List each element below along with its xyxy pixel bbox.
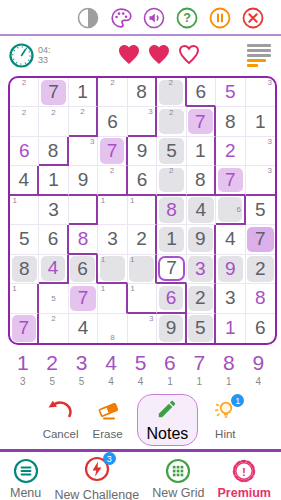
numpad-digit-label: 7 <box>185 351 214 375</box>
grid-cell-r7c3[interactable]: 6 <box>69 255 98 284</box>
grid-cell-r5c1[interactable]: 1 <box>10 196 39 225</box>
given-digit: 8 <box>39 137 66 164</box>
grid-cell-r2c6[interactable]: 2 <box>157 107 186 136</box>
grid-cell-r2c8[interactable]: 8 <box>216 107 245 136</box>
sub-header: 04: 33 <box>0 36 281 74</box>
numpad-digit-label: 9 <box>244 351 273 375</box>
grid-cell-r4c5[interactable]: 6 <box>128 166 157 195</box>
pause-icon[interactable] <box>208 6 232 30</box>
numpad-digit-2[interactable]: 25 <box>37 351 66 389</box>
grid-cell-r9c4[interactable]: 8 <box>98 314 127 343</box>
notes-button-active[interactable]: Notes <box>137 394 199 446</box>
new-challenge-label: New Challenge <box>54 488 139 500</box>
numpad-remaining-count: 4 <box>244 375 273 389</box>
grid-cell-r1c2[interactable]: 7 <box>39 78 68 107</box>
user-digit: 1 <box>216 314 244 343</box>
new-challenge-button[interactable]: 3 New Challenge <box>54 456 139 500</box>
menu-button[interactable]: Menu <box>10 458 41 500</box>
user-digit: 7 <box>216 166 244 193</box>
grid-cell-r1c6[interactable]: 2 <box>157 78 186 107</box>
given-digit: 6 <box>128 166 156 193</box>
numpad-digit-5[interactable]: 54 <box>126 351 155 389</box>
grid-cell-r1c7[interactable]: 6 <box>187 78 216 107</box>
given-digit: 6 <box>98 107 126 135</box>
numpad-digit-label: 5 <box>126 351 155 375</box>
note-digit: 3 <box>265 137 275 146</box>
given-digit: 3 <box>39 196 67 224</box>
eraser-icon <box>95 398 121 426</box>
cancel-label: Cancel <box>43 428 79 440</box>
note-digit: 2 <box>49 314 58 324</box>
given-digit: 7 <box>157 255 185 282</box>
grid-cell-r7c7[interactable]: 3 <box>187 255 216 284</box>
grid-cell-r4c4[interactable]: 2 <box>98 166 127 195</box>
grid-cell-r2c9[interactable]: 1 <box>246 107 275 136</box>
new-grid-button[interactable]: New Grid <box>152 458 204 500</box>
user-digit: 6 <box>10 137 38 165</box>
grid-cell-r6c4[interactable]: 3 <box>98 225 127 254</box>
given-digit: 7 <box>39 78 67 106</box>
grid-cell-r4c1[interactable]: 4 <box>10 166 39 195</box>
numpad-digit-8[interactable]: 81 <box>214 351 243 389</box>
undo-icon <box>46 398 76 426</box>
grid-cell-r6c3[interactable]: 8 <box>69 225 98 254</box>
grid-cell-r9c7[interactable]: 5 <box>187 314 216 343</box>
grid-cell-r9c1[interactable]: 7 <box>10 314 39 343</box>
grid-cell-r8c4[interactable]: 1 <box>98 284 127 313</box>
svg-text:?: ? <box>183 11 191 25</box>
heart-filled-icon <box>146 43 172 67</box>
grid-cell-r2c1[interactable]: 2 <box>10 107 39 136</box>
note-digit: 1 <box>128 284 137 293</box>
numpad-remaining-count: 4 <box>96 375 125 389</box>
given-digit: 6 <box>69 255 96 283</box>
grid-cell-r5c8[interactable]: 6 <box>216 196 245 225</box>
grid-cell-r2c5[interactable]: 3 <box>128 107 157 136</box>
premium-seal-icon: ! <box>231 458 257 484</box>
grid-cell-r3c6[interactable]: 5 <box>157 137 186 166</box>
hint-bulb-icon: 1 <box>212 398 238 426</box>
notes-label: Notes <box>147 425 189 443</box>
user-digit: 2 <box>216 137 244 165</box>
note-digit: 2 <box>166 78 175 87</box>
given-digit: 5 <box>187 314 214 343</box>
numpad-remaining-count: 1 <box>185 375 214 389</box>
given-digit: 6 <box>246 314 275 343</box>
hint-label: Hint <box>215 428 235 440</box>
grid-cell-r3c9[interactable]: 3 <box>246 137 275 166</box>
given-digit: 5 <box>10 225 38 253</box>
numpad-digit-6[interactable]: 61 <box>155 351 184 389</box>
action-buttons: Cancel Erase Notes <box>0 398 281 444</box>
given-digit: 3 <box>98 225 126 253</box>
given-digit: 4 <box>187 196 215 224</box>
grid-cell-r8c5[interactable]: 1 <box>128 284 157 313</box>
grid-cell-r7c4[interactable]: 1 <box>98 255 127 284</box>
grid-cell-r4c6[interactable]: 2 <box>157 166 186 195</box>
given-digit: 5 <box>157 137 185 165</box>
note-digit: 2 <box>108 78 117 87</box>
numpad-digit-label: 8 <box>214 351 243 375</box>
grid-cell-r4c9[interactable]: 3 <box>246 166 275 195</box>
given-digit: 8 <box>10 255 38 283</box>
grid-cell-r9c5[interactable]: 3 <box>128 314 157 343</box>
numpad-remaining-count: 1 <box>155 375 184 389</box>
numpad-digit-3[interactable]: 35 <box>67 351 96 389</box>
sudoku-grid: 2712826532226327816837951234192628731311… <box>8 76 277 345</box>
user-digit: 7 <box>10 314 37 343</box>
grid-cell-r8c3[interactable]: 7 <box>69 284 98 313</box>
given-digit: 2 <box>187 284 214 312</box>
grid-cell-r6c8[interactable]: 4 <box>216 225 245 254</box>
note-digit: 5 <box>49 293 58 302</box>
grid-cell-r5c2[interactable]: 3 <box>39 196 68 225</box>
given-digit: 9 <box>69 166 97 193</box>
menu-icon <box>13 458 39 484</box>
given-digit: 9 <box>187 225 214 253</box>
grid-cell-r1c4[interactable]: 2 <box>98 78 127 107</box>
user-digit: 3 <box>187 255 214 283</box>
user-digit: 7 <box>69 284 97 312</box>
grid-cell-r3c7[interactable]: 1 <box>187 137 216 166</box>
contrast-icon[interactable] <box>76 6 100 30</box>
grid-cell-r5c4[interactable]: 1 <box>98 196 127 225</box>
user-digit: 5 <box>216 78 244 106</box>
grid-cell-r7c1[interactable]: 8 <box>10 255 39 284</box>
grid-cell-r3c4[interactable]: 7 <box>98 137 127 166</box>
given-digit: 3 <box>216 284 244 312</box>
note-digit: 2 <box>49 107 58 116</box>
new-grid-label: New Grid <box>152 486 204 500</box>
note-digit: 1 <box>98 196 107 205</box>
given-digit: 4 <box>216 225 244 253</box>
sort-lines-icon[interactable] <box>247 44 273 67</box>
grid-cell-r2c4[interactable]: 6 <box>98 107 127 136</box>
numpad-digit-label: 2 <box>37 351 66 375</box>
given-digit: 7 <box>246 225 275 253</box>
numpad-digit-9[interactable]: 94 <box>244 351 273 389</box>
note-digit: 1 <box>98 255 107 264</box>
user-digit: 8 <box>157 196 185 224</box>
note-digit: 8 <box>108 333 117 343</box>
given-digit: 1 <box>69 78 96 106</box>
erase-label: Erase <box>92 428 122 440</box>
user-digit: 8 <box>69 225 97 252</box>
note-digit: 2 <box>107 166 116 175</box>
grid-cell-r4c7[interactable]: 8 <box>187 166 216 195</box>
heart-outline-icon <box>176 43 202 67</box>
hint-button[interactable]: 1 Hint <box>212 398 238 440</box>
new-challenge-badge: 3 <box>103 452 116 465</box>
grid-cell-r7c5[interactable]: 1 <box>128 255 157 284</box>
grid-cell-r4c2[interactable]: 1 <box>39 166 68 195</box>
premium-button[interactable]: ! Premium <box>217 458 271 500</box>
note-digit: 1 <box>128 255 137 264</box>
grid-cell-r6c1[interactable]: 5 <box>10 225 39 254</box>
sound-icon[interactable] <box>142 6 166 30</box>
note-digit: 3 <box>265 78 275 87</box>
numpad-remaining-count: 5 <box>37 375 66 389</box>
hint-badge: 1 <box>231 394 244 407</box>
numpad-digit-label: 4 <box>96 351 125 375</box>
grid-cell-r8c7[interactable]: 2 <box>187 284 216 313</box>
pencil-icon <box>156 398 178 424</box>
user-digit: 4 <box>39 255 66 282</box>
cancel-button[interactable]: Cancel <box>43 398 79 440</box>
top-icon-bar: ? <box>0 0 281 34</box>
grid-cell-r5c6[interactable]: 8 <box>157 196 186 225</box>
given-digit: 1 <box>157 225 185 253</box>
grid-cell-r8c1[interactable]: 1 <box>10 284 39 313</box>
timer: 04: 33 <box>8 42 70 69</box>
grid-cell-r6c5[interactable]: 2 <box>128 225 157 254</box>
grid-cell-r6c2[interactable]: 6 <box>39 225 68 254</box>
svg-text:!: ! <box>242 466 246 478</box>
erase-button[interactable]: Erase <box>92 398 122 440</box>
note-digit: 6 <box>234 205 243 214</box>
heart-filled-icon <box>116 43 142 67</box>
grid-cell-r1c3[interactable]: 1 <box>69 78 98 107</box>
note-digit: 2 <box>167 107 176 116</box>
note-digit: 2 <box>19 78 28 87</box>
note-digit: 1 <box>10 284 19 293</box>
grid-cell-r6c7[interactable]: 9 <box>187 225 216 254</box>
timer-clock-icon <box>8 42 35 69</box>
grid-cell-r3c5[interactable]: 9 <box>128 137 157 166</box>
note-digit: 3 <box>88 137 97 146</box>
grid-cell-r6c9[interactable]: 7 <box>246 225 275 254</box>
grid-cell-r4c3[interactable]: 9 <box>69 166 98 195</box>
numpad-digit-4[interactable]: 44 <box>96 351 125 389</box>
grid-cell-r8c6[interactable]: 6 <box>157 284 186 313</box>
numpad-digit-1[interactable]: 13 <box>8 351 37 389</box>
grid-cell-r3c2[interactable]: 8 <box>39 137 68 166</box>
palette-icon[interactable] <box>109 6 133 30</box>
note-digit: 1 <box>10 196 19 205</box>
grid-cell-r1c1[interactable]: 2 <box>10 78 39 107</box>
grid-cell-r5c3[interactable] <box>69 196 98 225</box>
numpad-digit-label: 6 <box>155 351 184 375</box>
grid-cell-r1c8[interactable]: 5 <box>216 78 245 107</box>
given-digit: 4 <box>10 166 37 193</box>
note-digit: 3 <box>147 314 156 324</box>
timer-text: 04: 33 <box>38 45 51 65</box>
number-pad: 132535445461718194 <box>8 351 273 389</box>
grid-cell-r8c2[interactable]: 5 <box>39 284 68 313</box>
given-digit: 6 <box>187 78 215 105</box>
grid-cell-r3c8[interactable]: 2 <box>216 137 245 166</box>
given-digit: 8 <box>216 107 244 135</box>
grid-cell-r6c6[interactable]: 1 <box>157 225 186 254</box>
note-digit: 3 <box>265 166 275 175</box>
note-digit: 1 <box>98 284 107 293</box>
given-digit: 8 <box>128 78 155 106</box>
grid-cell-r7c6[interactable]: 7 <box>157 255 186 284</box>
numpad-remaining-count: 4 <box>126 375 155 389</box>
given-digit: 1 <box>246 107 275 135</box>
grid-cell-r5c7[interactable]: 4 <box>187 196 216 225</box>
grid-cell-r7c9[interactable]: 2 <box>246 255 275 284</box>
user-digit: 6 <box>157 284 184 311</box>
grid-cell-r5c9[interactable]: 5 <box>246 196 275 225</box>
grid-cell-r9c8[interactable]: 1 <box>216 314 245 343</box>
grid-cell-r9c3[interactable]: 4 <box>69 314 98 343</box>
numpad-remaining-count: 5 <box>67 375 96 389</box>
numpad-remaining-count: 3 <box>8 375 37 389</box>
grid-cell-r3c1[interactable]: 6 <box>10 137 39 166</box>
lives-hearts <box>70 43 247 67</box>
grid-cell-r9c6[interactable]: 9 <box>157 314 186 343</box>
grid-cell-r1c5[interactable]: 8 <box>128 78 157 107</box>
user-digit: 8 <box>246 284 275 312</box>
given-digit: 9 <box>157 314 184 343</box>
grid-cell-r9c9[interactable]: 6 <box>246 314 275 343</box>
grid-cell-r9c2[interactable]: 2 <box>39 314 68 343</box>
note-digit: 3 <box>146 107 155 116</box>
given-digit: 2 <box>128 225 155 253</box>
premium-label: Premium <box>217 486 271 500</box>
grid-cell-r7c8[interactable]: 9 <box>216 255 245 284</box>
numpad-remaining-count: 1 <box>214 375 243 389</box>
grid-cell-r8c9[interactable]: 8 <box>246 284 275 313</box>
help-icon[interactable]: ? <box>175 6 199 30</box>
note-digit: 2 <box>19 107 28 116</box>
given-digit: 5 <box>246 196 275 224</box>
given-digit: 8 <box>187 166 214 193</box>
given-digit: 6 <box>39 225 66 253</box>
given-digit: 2 <box>246 255 275 283</box>
grid-icon <box>165 458 191 484</box>
given-digit: 4 <box>69 314 97 343</box>
grid-cell-r7c2[interactable]: 4 <box>39 255 68 284</box>
note-digit: 2 <box>167 166 176 175</box>
grid-cell-r5c5[interactable]: 1 <box>128 196 157 225</box>
note-digit: 1 <box>128 196 137 205</box>
grid-cell-r2c3[interactable]: 2 <box>69 107 98 136</box>
grid-cell-r4c8[interactable]: 7 <box>216 166 245 195</box>
user-digit: 9 <box>216 255 244 283</box>
given-digit: 1 <box>39 166 67 193</box>
grid-cell-r2c7[interactable]: 7 <box>187 107 216 136</box>
close-icon[interactable] <box>241 6 265 30</box>
numpad-digit-7[interactable]: 71 <box>185 351 214 389</box>
user-digit: 7 <box>98 137 125 165</box>
note-digit: 2 <box>78 107 87 116</box>
bottom-nav: Menu 3 New Challenge New Grid ! Pr <box>0 452 281 500</box>
grid-cell-r1c9[interactable]: 3 <box>246 78 275 107</box>
given-digit: 9 <box>128 137 156 165</box>
numpad-digit-label: 1 <box>8 351 37 375</box>
user-digit: 7 <box>187 107 214 135</box>
grid-cell-r2c2[interactable]: 2 <box>39 107 68 136</box>
menu-label: Menu <box>10 486 41 500</box>
numpad-digit-label: 3 <box>67 351 96 375</box>
given-digit: 1 <box>187 137 214 165</box>
grid-cell-r3c3[interactable]: 3 <box>69 137 98 166</box>
grid-cell-r8c8[interactable]: 3 <box>216 284 245 313</box>
